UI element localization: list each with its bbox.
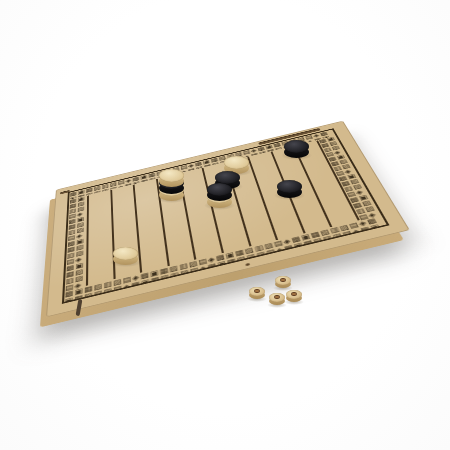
light-disc [113, 247, 138, 266]
casting-die[interactable] [275, 276, 291, 289]
casting-die[interactable] [269, 293, 285, 306]
casting-die[interactable] [249, 287, 265, 300]
game-board: ▩▣▦▧▥▨▤◈▩▣▦▧▥▨▤◈▩▣▦▧▥▨▤◈▩▣▦▧▥▨▤◈▩▣▦▧▥▨▤◈… [46, 121, 410, 318]
game-piece-stack[interactable] [284, 140, 309, 159]
dark-disc [277, 180, 302, 199]
game-piece-stack[interactable] [159, 169, 184, 202]
game-piece-stack[interactable] [207, 183, 232, 209]
casting-die[interactable] [286, 290, 302, 303]
light-disc [159, 169, 184, 188]
die-stamp-mark [280, 278, 286, 283]
wood-speck [245, 263, 250, 266]
dark-disc [207, 183, 232, 202]
die-stamp-mark [291, 292, 297, 297]
game-piece-stack[interactable] [113, 247, 138, 266]
game-piece-stack[interactable] [277, 180, 302, 199]
die-stamp-mark [274, 295, 280, 300]
product-photo-background: ▩▣▦▧▥▨▤◈▩▣▦▧▥▨▤◈▩▣▦▧▥▨▤◈▩▣▦▧▥▨▤◈▩▣▦▧▥▨▤◈… [0, 0, 450, 450]
dark-disc [284, 140, 309, 159]
glyph-border-left: ▩▣▦▧▥▨▤◈▩▣▦▧▥▨▤◈▩▣▦▧▥▨▤◈▩▣▦▧▥▨▤◈▩▣▦▧▥▨▤◈… [65, 195, 87, 291]
die-stamp-mark [254, 289, 260, 294]
